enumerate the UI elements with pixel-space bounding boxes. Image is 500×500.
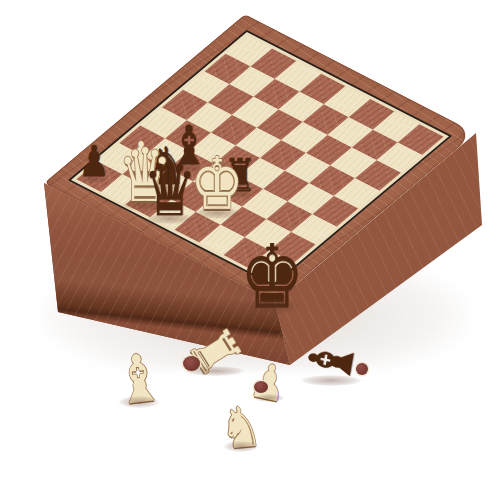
- product-photo-scene: ♟♟♛♞♝♛♚♜♚♝♜♟♞♝: [0, 0, 500, 500]
- piece-shadow: [119, 396, 160, 408]
- piece-shadow: [224, 441, 259, 451]
- piece-dark-bishop-lying: ♝: [331, 361, 385, 421]
- piece-light-knight-lying: ♞: [241, 428, 291, 484]
- felt-base: [254, 381, 268, 393]
- piece-shadow: [301, 375, 361, 386]
- piece-light-pawn-lying: ♟: [269, 382, 312, 430]
- piece-light-bishop-standing: ♝: [139, 380, 198, 446]
- piece-shadow: [254, 394, 284, 403]
- knight-glyph: ♞: [218, 398, 264, 457]
